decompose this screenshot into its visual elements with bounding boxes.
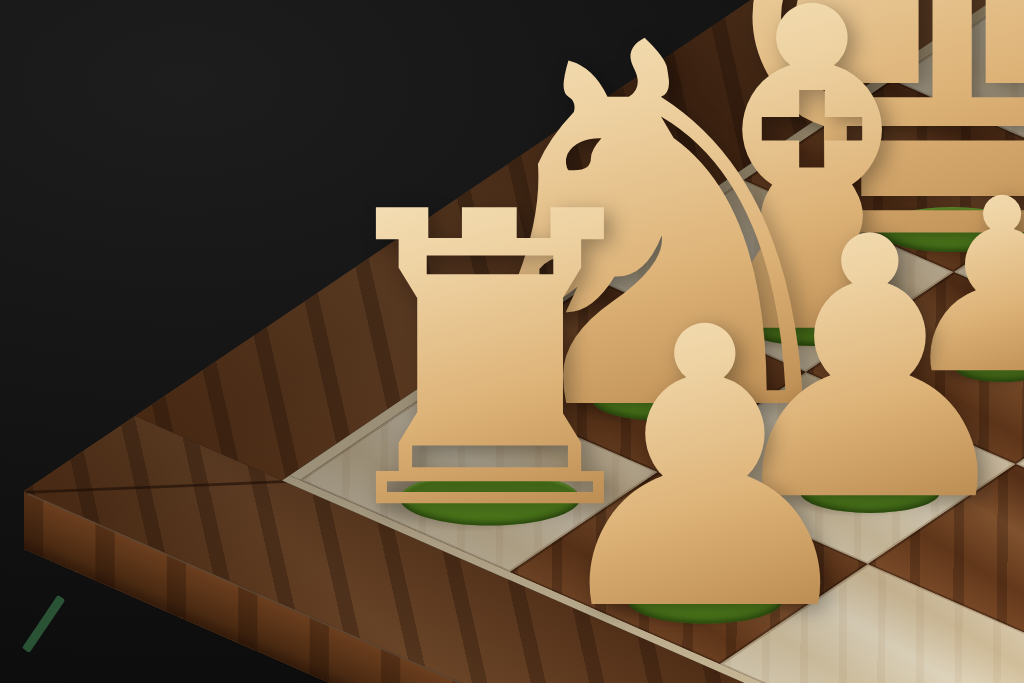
white-pawn-glyph: ♟ — [532, 279, 877, 664]
chessboard-photo: ♚♝♟♞♟♜♟ — [0, 0, 1024, 683]
pieces-layer: ♚♝♟♞♟♜♟ — [0, 0, 1024, 683]
